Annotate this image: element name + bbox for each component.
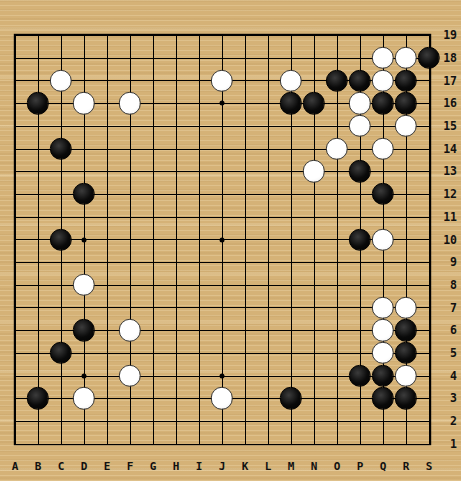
row-label-14: 14 bbox=[436, 142, 457, 156]
row-label-7: 7 bbox=[436, 301, 457, 315]
column-label-J: J bbox=[219, 460, 226, 474]
row-label-9: 9 bbox=[436, 255, 457, 269]
column-label-A: A bbox=[12, 460, 19, 474]
column-label-R: R bbox=[403, 460, 410, 474]
row-label-10: 10 bbox=[436, 233, 457, 247]
star-point-D4 bbox=[82, 373, 87, 378]
row-label-18: 18 bbox=[436, 51, 457, 65]
row-label-6: 6 bbox=[436, 323, 457, 337]
column-label-C: C bbox=[58, 460, 65, 474]
row-label-2: 2 bbox=[436, 414, 457, 428]
row-label-3: 3 bbox=[436, 391, 457, 405]
column-label-F: F bbox=[127, 460, 134, 474]
row-label-8: 8 bbox=[436, 278, 457, 292]
go-client-window: ABCDEFGHIJKLMNOPQRS 19181716151413121110… bbox=[0, 0, 461, 481]
column-label-M: M bbox=[288, 460, 295, 474]
row-label-19: 19 bbox=[436, 28, 457, 42]
star-point-D10 bbox=[82, 237, 87, 242]
row-label-11: 11 bbox=[436, 210, 457, 224]
star-point-J4 bbox=[220, 373, 225, 378]
column-label-S: S bbox=[426, 460, 433, 474]
column-label-G: G bbox=[150, 460, 157, 474]
row-label-16: 16 bbox=[436, 96, 457, 110]
column-label-P: P bbox=[357, 460, 364, 474]
column-label-K: K bbox=[242, 460, 249, 474]
column-label-O: O bbox=[334, 460, 341, 474]
column-label-L: L bbox=[265, 460, 272, 474]
go-board[interactable] bbox=[0, 0, 461, 481]
row-label-4: 4 bbox=[436, 369, 457, 383]
row-label-17: 17 bbox=[436, 74, 457, 88]
row-label-15: 15 bbox=[436, 119, 457, 133]
column-label-Q: Q bbox=[380, 460, 387, 474]
row-label-13: 13 bbox=[436, 164, 457, 178]
row-label-12: 12 bbox=[436, 187, 457, 201]
star-point-J10 bbox=[220, 237, 225, 242]
star-point-J16 bbox=[220, 101, 225, 106]
column-label-H: H bbox=[173, 460, 180, 474]
column-label-N: N bbox=[311, 460, 318, 474]
row-label-1: 1 bbox=[436, 437, 457, 451]
row-label-5: 5 bbox=[436, 346, 457, 360]
column-label-I: I bbox=[196, 460, 203, 474]
column-label-B: B bbox=[35, 460, 42, 474]
column-label-D: D bbox=[81, 460, 88, 474]
column-label-E: E bbox=[104, 460, 111, 474]
